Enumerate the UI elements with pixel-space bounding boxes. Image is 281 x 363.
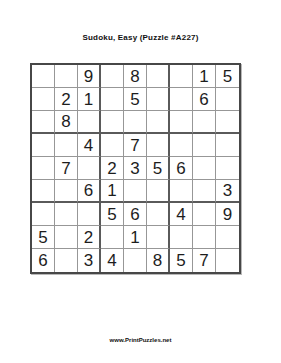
cell-r5c1-empty[interactable] (32, 157, 55, 180)
cell-r7c2-empty[interactable] (55, 203, 78, 226)
cell-r2c4-empty[interactable] (101, 88, 124, 111)
cell-r1c1-empty[interactable] (32, 65, 55, 88)
cell-r5c4-given: 2 (101, 157, 124, 180)
cell-r6c9-given: 3 (216, 180, 239, 203)
cell-r3c1-empty[interactable] (32, 111, 55, 134)
cell-r6c4-given: 1 (101, 180, 124, 203)
cell-r5c5-given: 3 (124, 157, 147, 180)
cell-r9c1-given: 6 (32, 249, 55, 272)
cell-r4c2-empty[interactable] (55, 134, 78, 157)
cell-r7c3-empty[interactable] (78, 203, 101, 226)
cell-r7c7-given: 4 (170, 203, 193, 226)
cell-r2c3-given: 1 (78, 88, 101, 111)
cell-r9c5-empty[interactable] (124, 249, 147, 272)
cell-r4c1-empty[interactable] (32, 134, 55, 157)
cell-r1c8-given: 1 (193, 65, 216, 88)
cell-r5c8-empty[interactable] (193, 157, 216, 180)
cell-r2c1-empty[interactable] (32, 88, 55, 111)
cell-r4c4-empty[interactable] (101, 134, 124, 157)
cell-r3c4-empty[interactable] (101, 111, 124, 134)
cell-r7c4-given: 5 (101, 203, 124, 226)
cell-r2c5-given: 5 (124, 88, 147, 111)
cell-r5c7-given: 6 (170, 157, 193, 180)
cell-r6c6-empty[interactable] (147, 180, 170, 203)
cell-r1c4-empty[interactable] (101, 65, 124, 88)
cell-r2c2-given: 2 (55, 88, 78, 111)
cell-r8c9-empty[interactable] (216, 226, 239, 249)
cell-r8c6-empty[interactable] (147, 226, 170, 249)
cell-r5c6-given: 5 (147, 157, 170, 180)
cell-r8c7-empty[interactable] (170, 226, 193, 249)
cell-r6c7-empty[interactable] (170, 180, 193, 203)
puzzle-title: Sudoku, Easy (Puzzle #A227) (0, 33, 281, 42)
cell-r9c9-empty[interactable] (216, 249, 239, 272)
cell-r4c6-empty[interactable] (147, 134, 170, 157)
cell-r3c2-given: 8 (55, 111, 78, 134)
cell-r2c6-empty[interactable] (147, 88, 170, 111)
cell-r6c3-given: 6 (78, 180, 101, 203)
cell-r8c5-given: 1 (124, 226, 147, 249)
cell-r2c7-empty[interactable] (170, 88, 193, 111)
cell-r9c6-given: 8 (147, 249, 170, 272)
sudoku-board: 98152156847723566135649521634857 (30, 63, 241, 274)
cell-r9c3-given: 3 (78, 249, 101, 272)
cell-r3c3-empty[interactable] (78, 111, 101, 134)
cell-r9c8-given: 7 (193, 249, 216, 272)
cell-r8c1-given: 5 (32, 226, 55, 249)
cell-r4c9-empty[interactable] (216, 134, 239, 157)
cell-r9c7-given: 5 (170, 249, 193, 272)
cell-r9c4-given: 4 (101, 249, 124, 272)
cell-r7c1-empty[interactable] (32, 203, 55, 226)
cell-r1c3-given: 9 (78, 65, 101, 88)
footer-url: www.PrintPuzzles.net (0, 337, 281, 343)
cell-r6c1-empty[interactable] (32, 180, 55, 203)
cell-r5c2-given: 7 (55, 157, 78, 180)
cell-r8c3-given: 2 (78, 226, 101, 249)
sudoku-page: Sudoku, Easy (Puzzle #A227) 981521568477… (0, 0, 281, 363)
cell-r7c9-given: 9 (216, 203, 239, 226)
cell-r1c9-given: 5 (216, 65, 239, 88)
cell-r1c5-given: 8 (124, 65, 147, 88)
cell-r7c5-given: 6 (124, 203, 147, 226)
cell-r2c9-empty[interactable] (216, 88, 239, 111)
cell-r6c8-empty[interactable] (193, 180, 216, 203)
cell-r5c3-empty[interactable] (78, 157, 101, 180)
cell-r3c7-empty[interactable] (170, 111, 193, 134)
cell-r1c6-empty[interactable] (147, 65, 170, 88)
cell-r3c9-empty[interactable] (216, 111, 239, 134)
cell-r8c4-empty[interactable] (101, 226, 124, 249)
cell-r2c8-given: 6 (193, 88, 216, 111)
cell-r4c7-empty[interactable] (170, 134, 193, 157)
cell-r9c2-empty[interactable] (55, 249, 78, 272)
cell-r5c9-empty[interactable] (216, 157, 239, 180)
cell-r1c7-empty[interactable] (170, 65, 193, 88)
cell-r3c8-empty[interactable] (193, 111, 216, 134)
cell-r7c8-empty[interactable] (193, 203, 216, 226)
cell-r6c5-empty[interactable] (124, 180, 147, 203)
cell-r1c2-empty[interactable] (55, 65, 78, 88)
cell-r4c8-empty[interactable] (193, 134, 216, 157)
cell-r7c6-empty[interactable] (147, 203, 170, 226)
cell-r6c2-empty[interactable] (55, 180, 78, 203)
cell-r3c5-empty[interactable] (124, 111, 147, 134)
cell-r3c6-empty[interactable] (147, 111, 170, 134)
cell-r4c3-given: 4 (78, 134, 101, 157)
cell-r8c8-empty[interactable] (193, 226, 216, 249)
cell-r4c5-given: 7 (124, 134, 147, 157)
cell-r8c2-empty[interactable] (55, 226, 78, 249)
